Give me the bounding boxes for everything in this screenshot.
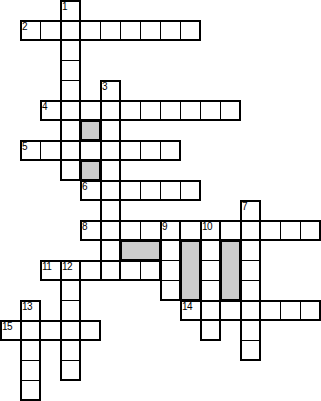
cell-r6-c3[interactable] [60, 120, 81, 141]
cell-r15-c13[interactable] [260, 300, 281, 321]
cell-r12-c10[interactable] [200, 240, 221, 261]
cell-r1-c2[interactable] [40, 20, 61, 41]
cell-r1-c4[interactable] [80, 20, 101, 41]
shaded-block-1 [80, 160, 101, 181]
cell-r4-c3[interactable] [60, 80, 81, 101]
cell-r13-c4[interactable] [80, 260, 101, 281]
cell-r17-c12[interactable] [240, 340, 261, 361]
cell-r11-c7[interactable] [140, 220, 161, 241]
cell-r7-c1[interactable] [20, 140, 41, 161]
cell-r11-c12[interactable] [240, 220, 261, 241]
cell-r14-c8[interactable] [160, 280, 181, 301]
cell-r18-c1[interactable] [20, 360, 41, 381]
cell-r5-c5[interactable] [100, 100, 121, 121]
cell-r7-c2[interactable] [40, 140, 61, 161]
cell-r9-c4[interactable] [80, 180, 101, 201]
cell-r16-c1[interactable] [20, 320, 41, 341]
cell-r0-c3[interactable] [60, 0, 81, 21]
cell-r3-c3[interactable] [60, 60, 81, 81]
cell-r1-c9[interactable] [180, 20, 201, 41]
cell-r2-c3[interactable] [60, 40, 81, 61]
cell-r4-c5[interactable] [100, 80, 121, 101]
cell-r12-c12[interactable] [240, 240, 261, 261]
cell-r13-c2[interactable] [40, 260, 61, 281]
cell-r11-c15[interactable] [300, 220, 321, 241]
cell-r10-c12[interactable] [240, 200, 261, 221]
cell-r11-c14[interactable] [280, 220, 301, 241]
cell-r13-c10[interactable] [200, 260, 221, 281]
cell-r16-c10[interactable] [200, 320, 221, 341]
cell-r5-c8[interactable] [160, 100, 181, 121]
cell-r15-c14[interactable] [280, 300, 301, 321]
cell-r11-c5[interactable] [100, 220, 121, 241]
cell-r15-c15[interactable] [300, 300, 321, 321]
cell-r11-c10[interactable] [200, 220, 221, 241]
cell-r15-c10[interactable] [200, 300, 221, 321]
cell-r1-c7[interactable] [140, 20, 161, 41]
cell-r1-c5[interactable] [100, 20, 121, 41]
cell-r11-c13[interactable] [260, 220, 281, 241]
cell-r1-c6[interactable] [120, 20, 141, 41]
cell-r17-c1[interactable] [20, 340, 41, 361]
cell-r1-c8[interactable] [160, 20, 181, 41]
cell-r15-c11[interactable] [220, 300, 241, 321]
cell-r15-c1[interactable] [20, 300, 41, 321]
cell-r1-c3[interactable] [60, 20, 81, 41]
cell-r13-c6[interactable] [120, 260, 141, 281]
cell-r9-c9[interactable] [180, 180, 201, 201]
cell-r1-c1[interactable] [20, 20, 41, 41]
cell-r10-c5[interactable] [100, 200, 121, 221]
cell-r6-c5[interactable] [100, 120, 121, 141]
cell-r11-c4[interactable] [80, 220, 101, 241]
cell-r13-c8[interactable] [160, 260, 181, 281]
cell-r5-c4[interactable] [80, 100, 101, 121]
cell-r15-c12[interactable] [240, 300, 261, 321]
cell-r14-c10[interactable] [200, 280, 221, 301]
cell-r16-c2[interactable] [40, 320, 61, 341]
cell-r8-c3[interactable] [60, 160, 81, 181]
cell-r5-c2[interactable] [40, 100, 61, 121]
cell-r7-c3[interactable] [60, 140, 81, 161]
cell-r13-c7[interactable] [140, 260, 161, 281]
cell-r15-c3[interactable] [60, 300, 81, 321]
cell-r11-c6[interactable] [120, 220, 141, 241]
cell-r16-c3[interactable] [60, 320, 81, 341]
cell-r12-c8[interactable] [160, 240, 181, 261]
cell-r5-c11[interactable] [220, 100, 241, 121]
cell-r9-c8[interactable] [160, 180, 181, 201]
cell-r11-c11[interactable] [220, 220, 241, 241]
cell-r16-c4[interactable] [80, 320, 101, 341]
cell-r17-c3[interactable] [60, 340, 81, 361]
cell-r13-c3[interactable] [60, 260, 81, 281]
cell-r5-c3[interactable] [60, 100, 81, 121]
cell-r8-c5[interactable] [100, 160, 121, 181]
cell-r11-c9[interactable] [180, 220, 201, 241]
cell-r9-c5[interactable] [100, 180, 121, 201]
shaded-block-3 [180, 240, 201, 301]
cell-r18-c3[interactable] [60, 360, 81, 381]
shaded-block-2 [120, 240, 161, 261]
cell-r13-c12[interactable] [240, 260, 261, 281]
cell-r9-c7[interactable] [140, 180, 161, 201]
cell-r7-c5[interactable] [100, 140, 121, 161]
cell-r12-c5[interactable] [100, 240, 121, 261]
cell-r16-c12[interactable] [240, 320, 261, 341]
cell-r7-c7[interactable] [140, 140, 161, 161]
cell-r7-c8[interactable] [160, 140, 181, 161]
cell-r5-c9[interactable] [180, 100, 201, 121]
cell-r5-c6[interactable] [120, 100, 141, 121]
shaded-block-4 [220, 240, 241, 301]
cell-r16-c0[interactable] [0, 320, 21, 341]
cell-r19-c1[interactable] [20, 380, 41, 401]
crossword-board: 123456789101112131415 [0, 0, 321, 401]
shaded-block-0 [80, 120, 101, 141]
cell-r5-c7[interactable] [140, 100, 161, 121]
cell-r5-c10[interactable] [200, 100, 221, 121]
cell-r13-c5[interactable] [100, 260, 121, 281]
cell-r14-c12[interactable] [240, 280, 261, 301]
cell-r7-c4[interactable] [80, 140, 101, 161]
cell-r15-c9[interactable] [180, 300, 201, 321]
cell-r9-c6[interactable] [120, 180, 141, 201]
cell-r11-c8[interactable] [160, 220, 181, 241]
cell-r7-c6[interactable] [120, 140, 141, 161]
cell-r14-c3[interactable] [60, 280, 81, 301]
